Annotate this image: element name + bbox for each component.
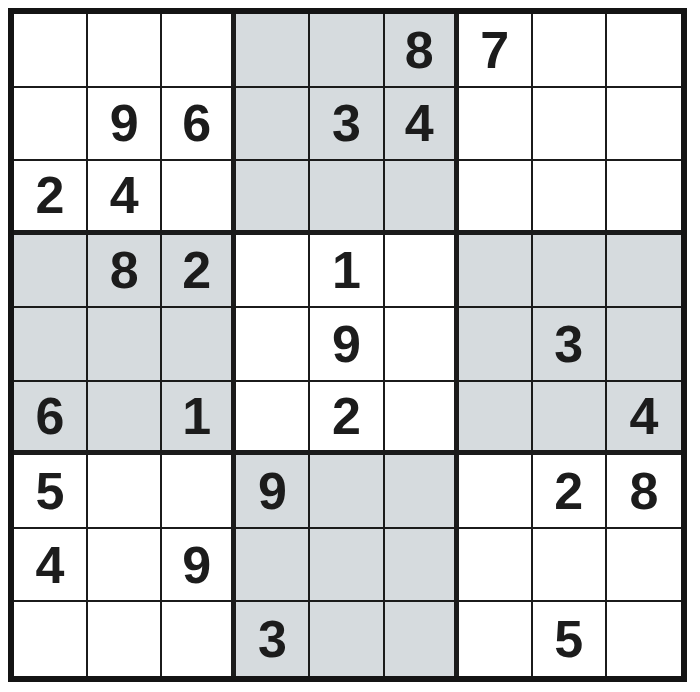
cell-r1c1-empty[interactable]	[14, 14, 88, 88]
cell-r8c7-empty[interactable]	[459, 529, 533, 603]
cell-r8c9-empty[interactable]	[607, 529, 681, 603]
cell-r1c8-empty[interactable]	[533, 14, 607, 88]
cell-r4c8-empty[interactable]	[533, 235, 607, 309]
cell-r2c5-given-3[interactable]: 3	[310, 88, 384, 162]
cell-r2c9-empty[interactable]	[607, 88, 681, 162]
cell-r9c5-empty[interactable]	[310, 602, 384, 676]
cell-r4c6-empty[interactable]	[385, 235, 459, 309]
cell-r4c1-empty[interactable]	[14, 235, 88, 309]
cell-r8c6-empty[interactable]	[385, 529, 459, 603]
cell-r7c1-given-5[interactable]: 5	[14, 455, 88, 529]
cell-r6c6-empty[interactable]	[385, 382, 459, 456]
cell-r1c4-empty[interactable]	[236, 14, 310, 88]
cell-r9c6-empty[interactable]	[385, 602, 459, 676]
cell-r6c8-empty[interactable]	[533, 382, 607, 456]
cell-r5c3-empty[interactable]	[162, 308, 236, 382]
cell-r5c7-empty[interactable]	[459, 308, 533, 382]
cell-r1c9-empty[interactable]	[607, 14, 681, 88]
cell-r7c9-given-8[interactable]: 8	[607, 455, 681, 529]
cell-r3c5-empty[interactable]	[310, 161, 384, 235]
cell-r6c7-empty[interactable]	[459, 382, 533, 456]
cell-r1c7-given-7[interactable]: 7	[459, 14, 533, 88]
cell-r8c8-empty[interactable]	[533, 529, 607, 603]
cell-r9c9-empty[interactable]	[607, 602, 681, 676]
cell-r7c7-empty[interactable]	[459, 455, 533, 529]
cell-r1c2-empty[interactable]	[88, 14, 162, 88]
cell-r5c4-empty[interactable]	[236, 308, 310, 382]
cell-r2c4-empty[interactable]	[236, 88, 310, 162]
cell-r4c2-given-8[interactable]: 8	[88, 235, 162, 309]
cell-r4c7-empty[interactable]	[459, 235, 533, 309]
cell-r3c9-empty[interactable]	[607, 161, 681, 235]
cell-r5c9-empty[interactable]	[607, 308, 681, 382]
cell-r6c5-given-2[interactable]: 2	[310, 382, 384, 456]
sudoku-board: 8796342482193612459284935	[8, 8, 687, 682]
cell-r9c1-empty[interactable]	[14, 602, 88, 676]
cell-r4c4-empty[interactable]	[236, 235, 310, 309]
cell-r7c3-empty[interactable]	[162, 455, 236, 529]
cell-r7c8-given-2[interactable]: 2	[533, 455, 607, 529]
cell-r1c6-given-8[interactable]: 8	[385, 14, 459, 88]
cell-r1c5-empty[interactable]	[310, 14, 384, 88]
cell-r4c9-empty[interactable]	[607, 235, 681, 309]
cell-r6c2-empty[interactable]	[88, 382, 162, 456]
cell-r9c4-given-3[interactable]: 3	[236, 602, 310, 676]
cell-r8c4-empty[interactable]	[236, 529, 310, 603]
cell-r5c2-empty[interactable]	[88, 308, 162, 382]
page: 8796342482193612459284935	[0, 0, 700, 692]
cell-r1c3-empty[interactable]	[162, 14, 236, 88]
cell-r4c3-given-2[interactable]: 2	[162, 235, 236, 309]
cell-r7c4-given-9[interactable]: 9	[236, 455, 310, 529]
cell-r9c7-empty[interactable]	[459, 602, 533, 676]
cell-r2c6-given-4[interactable]: 4	[385, 88, 459, 162]
cell-r2c7-empty[interactable]	[459, 88, 533, 162]
cell-r3c6-empty[interactable]	[385, 161, 459, 235]
cell-r7c6-empty[interactable]	[385, 455, 459, 529]
cell-r6c3-given-1[interactable]: 1	[162, 382, 236, 456]
cell-r5c1-empty[interactable]	[14, 308, 88, 382]
cell-r3c1-given-2[interactable]: 2	[14, 161, 88, 235]
cell-r6c4-empty[interactable]	[236, 382, 310, 456]
cell-r8c3-given-9[interactable]: 9	[162, 529, 236, 603]
cell-r5c8-given-3[interactable]: 3	[533, 308, 607, 382]
cell-r3c8-empty[interactable]	[533, 161, 607, 235]
cell-r3c2-given-4[interactable]: 4	[88, 161, 162, 235]
cell-r3c7-empty[interactable]	[459, 161, 533, 235]
cell-r8c1-given-4[interactable]: 4	[14, 529, 88, 603]
cell-r9c3-empty[interactable]	[162, 602, 236, 676]
cell-r9c8-given-5[interactable]: 5	[533, 602, 607, 676]
cell-r3c3-empty[interactable]	[162, 161, 236, 235]
cell-r4c5-given-1[interactable]: 1	[310, 235, 384, 309]
cell-r5c5-given-9[interactable]: 9	[310, 308, 384, 382]
cell-r6c9-given-4[interactable]: 4	[607, 382, 681, 456]
cell-r7c5-empty[interactable]	[310, 455, 384, 529]
cell-r7c2-empty[interactable]	[88, 455, 162, 529]
cell-r5c6-empty[interactable]	[385, 308, 459, 382]
cell-r2c1-empty[interactable]	[14, 88, 88, 162]
cell-r8c2-empty[interactable]	[88, 529, 162, 603]
cell-r9c2-empty[interactable]	[88, 602, 162, 676]
cell-r2c8-empty[interactable]	[533, 88, 607, 162]
cell-r2c2-given-9[interactable]: 9	[88, 88, 162, 162]
cell-r8c5-empty[interactable]	[310, 529, 384, 603]
cell-r2c3-given-6[interactable]: 6	[162, 88, 236, 162]
cell-r3c4-empty[interactable]	[236, 161, 310, 235]
cell-r6c1-given-6[interactable]: 6	[14, 382, 88, 456]
